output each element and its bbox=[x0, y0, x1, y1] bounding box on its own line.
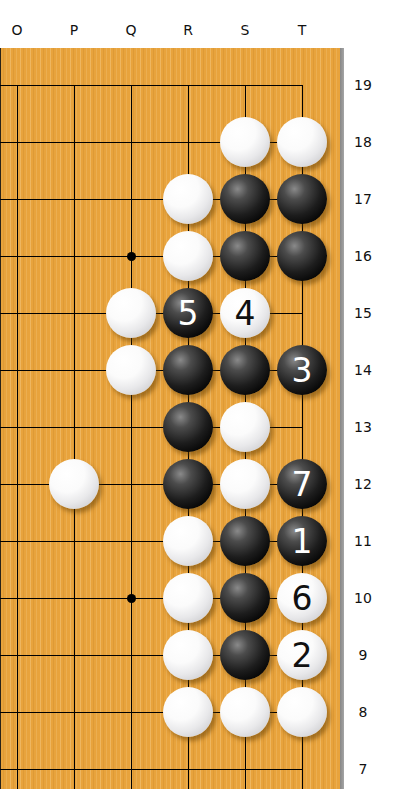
move-number-3: 3 bbox=[292, 354, 313, 387]
stone-white-r8[interactable] bbox=[163, 687, 213, 737]
stone-black-t17[interactable] bbox=[277, 174, 327, 224]
stone-black-s11[interactable] bbox=[220, 516, 270, 566]
stone-white-s12[interactable] bbox=[220, 459, 270, 509]
stone-white-t10[interactable]: 6 bbox=[277, 573, 327, 623]
grid-line-v-O bbox=[17, 85, 18, 789]
stone-black-r12[interactable] bbox=[163, 459, 213, 509]
row-label-9: 9 bbox=[344, 646, 382, 664]
row-label-19: 19 bbox=[344, 76, 382, 94]
move-number-2: 2 bbox=[292, 639, 313, 672]
stone-white-t8[interactable] bbox=[277, 687, 327, 737]
stone-white-t18[interactable] bbox=[277, 117, 327, 167]
move-number-7: 7 bbox=[292, 468, 313, 501]
stone-white-t9[interactable]: 2 bbox=[277, 630, 327, 680]
stone-black-t14[interactable]: 3 bbox=[277, 345, 327, 395]
grid-line-v-Q bbox=[131, 85, 132, 789]
board-left-edge bbox=[0, 48, 1, 789]
column-label-T: T bbox=[290, 22, 314, 38]
stone-white-r9[interactable] bbox=[163, 630, 213, 680]
row-label-13: 13 bbox=[344, 418, 382, 436]
stone-white-q14[interactable] bbox=[106, 345, 156, 395]
stone-white-s13[interactable] bbox=[220, 402, 270, 452]
stone-white-q15[interactable] bbox=[106, 288, 156, 338]
stone-black-s10[interactable] bbox=[220, 573, 270, 623]
move-number-1: 1 bbox=[292, 525, 313, 558]
move-number-5: 5 bbox=[178, 297, 199, 330]
column-label-Q: Q bbox=[119, 22, 143, 38]
row-label-7: 7 bbox=[344, 760, 382, 778]
stone-black-r15[interactable]: 5 bbox=[163, 288, 213, 338]
row-label-10: 10 bbox=[344, 589, 382, 607]
star-point-q16 bbox=[127, 252, 136, 261]
stone-white-r17[interactable] bbox=[163, 174, 213, 224]
row-label-12: 12 bbox=[344, 475, 382, 493]
stone-white-p12[interactable] bbox=[49, 459, 99, 509]
row-label-14: 14 bbox=[344, 361, 382, 379]
grid-line-h-7 bbox=[0, 769, 303, 770]
column-label-P: P bbox=[62, 22, 86, 38]
stone-black-s14[interactable] bbox=[220, 345, 270, 395]
row-label-17: 17 bbox=[344, 190, 382, 208]
stone-black-s9[interactable] bbox=[220, 630, 270, 680]
column-label-R: R bbox=[176, 22, 200, 38]
grid-line-v-P bbox=[74, 85, 75, 789]
stone-white-r10[interactable] bbox=[163, 573, 213, 623]
stone-black-r13[interactable] bbox=[163, 402, 213, 452]
row-label-16: 16 bbox=[344, 247, 382, 265]
stone-black-t11[interactable]: 1 bbox=[277, 516, 327, 566]
column-label-S: S bbox=[233, 22, 257, 38]
stone-white-s8[interactable] bbox=[220, 687, 270, 737]
go-diagram: OPQRST19181716151413121110987 5437162 bbox=[0, 0, 393, 789]
stone-white-s18[interactable] bbox=[220, 117, 270, 167]
stone-black-t12[interactable]: 7 bbox=[277, 459, 327, 509]
row-label-11: 11 bbox=[344, 532, 382, 550]
row-label-18: 18 bbox=[344, 133, 382, 151]
move-number-4: 4 bbox=[235, 297, 256, 330]
stone-white-s15[interactable]: 4 bbox=[220, 288, 270, 338]
row-label-15: 15 bbox=[344, 304, 382, 322]
stone-white-r11[interactable] bbox=[163, 516, 213, 566]
stone-black-t16[interactable] bbox=[277, 231, 327, 281]
row-label-8: 8 bbox=[344, 703, 382, 721]
column-label-O: O bbox=[5, 22, 29, 38]
stone-black-r14[interactable] bbox=[163, 345, 213, 395]
stone-black-s17[interactable] bbox=[220, 174, 270, 224]
move-number-6: 6 bbox=[292, 582, 313, 615]
star-point-q10 bbox=[127, 594, 136, 603]
stone-white-r16[interactable] bbox=[163, 231, 213, 281]
stone-black-s16[interactable] bbox=[220, 231, 270, 281]
grid-line-h-19 bbox=[0, 85, 303, 86]
